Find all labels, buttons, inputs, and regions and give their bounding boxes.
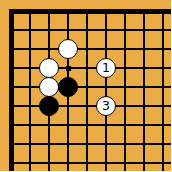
- move-number-label: 1: [102, 61, 110, 74]
- stone-white-C16[interactable]: [39, 58, 59, 78]
- stone-white-F14[interactable]: 3: [96, 96, 116, 116]
- board-grid: 13: [2, 2, 172, 172]
- go-board[interactable]: 13: [0, 0, 171, 171]
- stone-white-D17[interactable]: [58, 39, 78, 59]
- stone-white-F16[interactable]: 1: [96, 58, 116, 78]
- go-diagram: 13: [0, 0, 171, 171]
- stone-black-C14[interactable]: [39, 96, 59, 116]
- stone-black-D15[interactable]: [58, 77, 78, 97]
- move-number-label: 3: [102, 99, 110, 112]
- stone-white-C15[interactable]: [39, 77, 59, 97]
